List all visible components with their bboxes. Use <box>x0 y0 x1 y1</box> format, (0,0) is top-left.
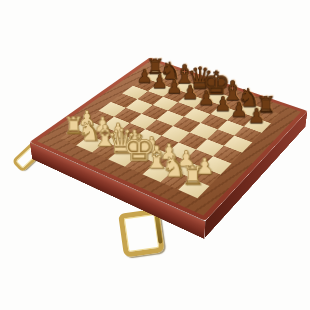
piece-black-pawn-glyph: ♟ <box>214 94 231 113</box>
piece-black-pawn-glyph: ♟ <box>231 100 249 120</box>
board-frame: ♜♞♝♛♚♝♞♜♟♟♟♟♟♟♟♟♟♟♟♟♟♟♟♟♜♞♝♛♚♝♞♜ <box>37 60 301 215</box>
square-h1[interactable]: ♜ <box>179 178 210 198</box>
piece-black-pawn-glyph: ♟ <box>248 106 266 126</box>
piece-black-pawn-glyph: ♟ <box>198 88 215 107</box>
square-g6[interactable] <box>217 120 244 136</box>
piece-black-pawn-glyph: ♟ <box>182 83 199 102</box>
piece-white-rook-glyph: ♜ <box>181 163 204 189</box>
square-h7[interactable]: ♟ <box>244 117 271 133</box>
chess-set-photo: ♜♞♝♛♚♝♞♜♟♟♟♟♟♟♟♟♟♟♟♟♟♟♟♟♜♞♝♛♚♝♞♜ <box>0 0 310 310</box>
board-scene: ♜♞♝♛♚♝♞♜♟♟♟♟♟♟♟♟♟♟♟♟♟♟♟♟♜♞♝♛♚♝♞♜ <box>0 0 310 310</box>
folding-board-box: ♜♞♝♛♚♝♞♜♟♟♟♟♟♟♟♟♟♟♟♟♟♟♟♟♜♞♝♛♚♝♞♜ <box>30 58 308 222</box>
board-surface: ♜♞♝♛♚♝♞♜♟♟♟♟♟♟♟♟♟♟♟♟♟♟♟♟♜♞♝♛♚♝♞♜ <box>30 58 308 222</box>
